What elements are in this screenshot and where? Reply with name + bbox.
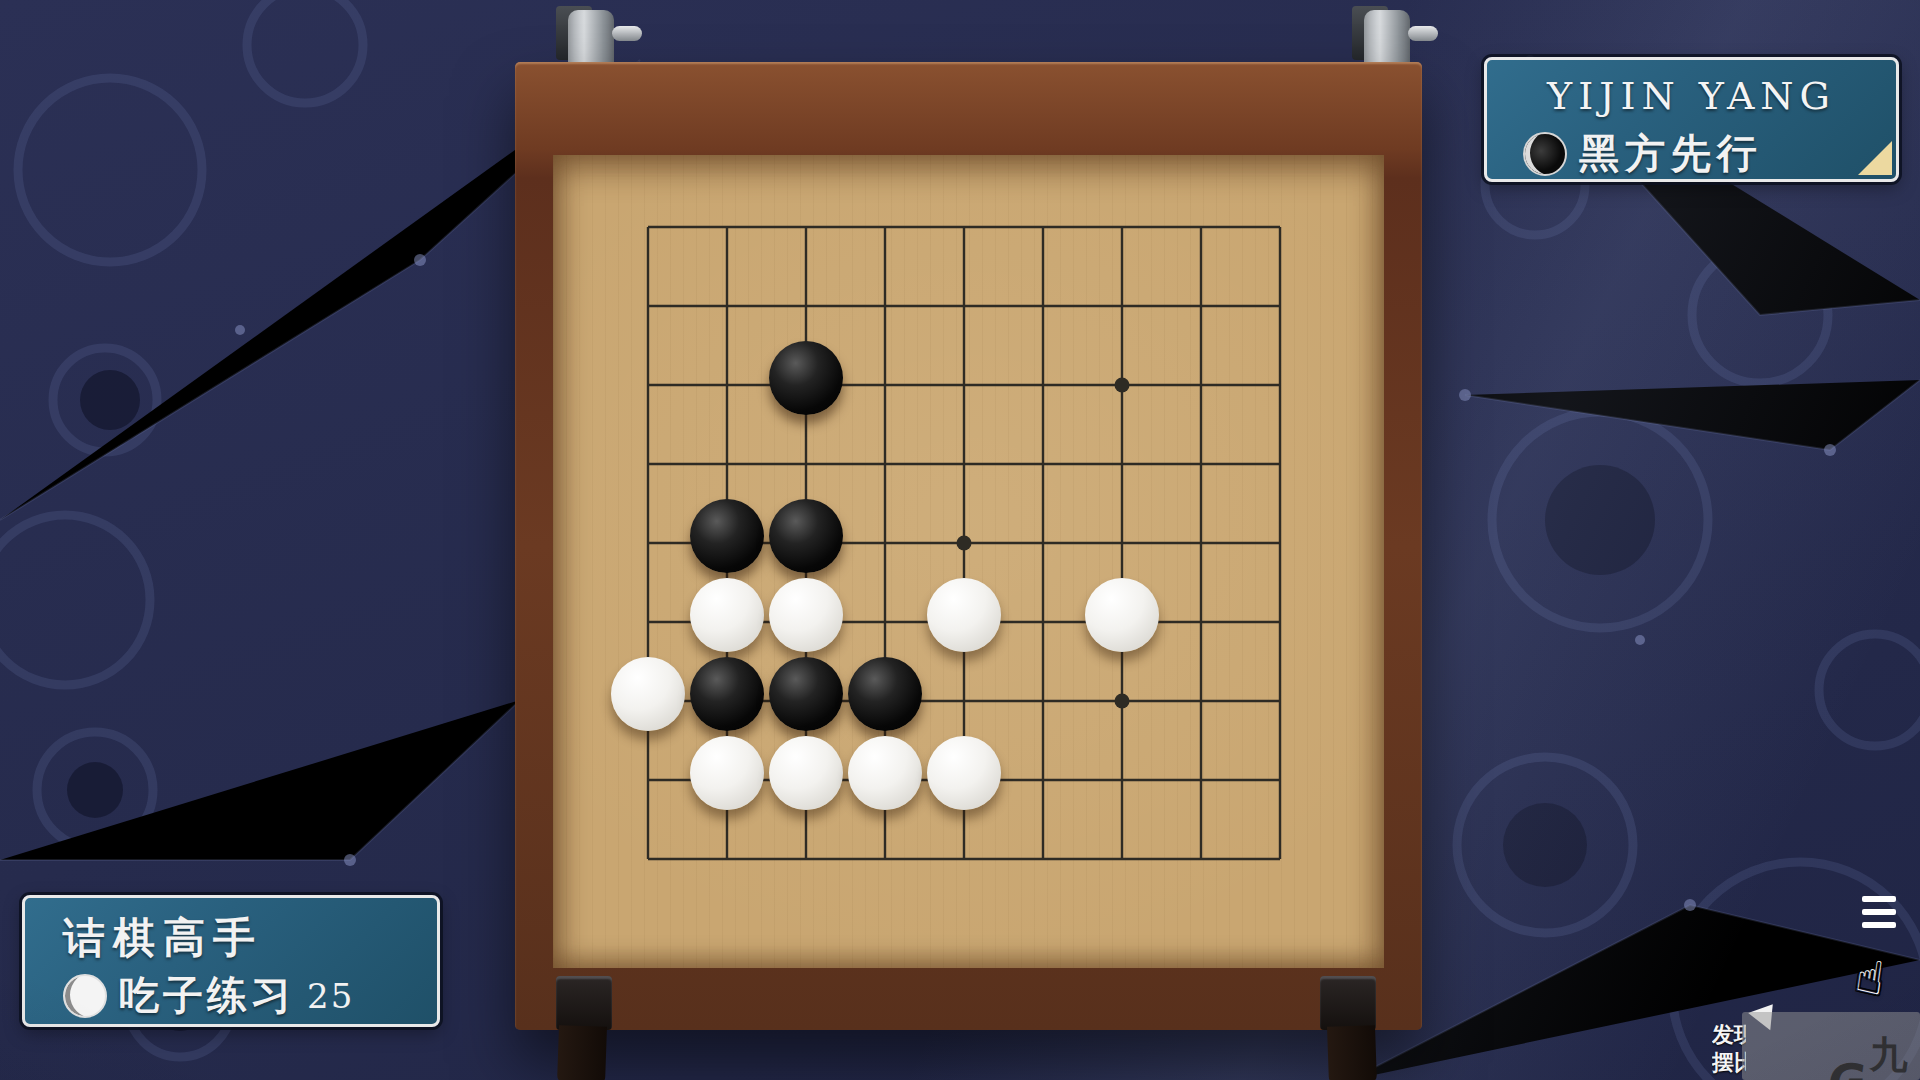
- star-point: [957, 536, 972, 551]
- white-stone: [848, 736, 922, 810]
- black-stone: [690, 657, 764, 731]
- hamburger-menu-icon[interactable]: [1862, 896, 1896, 928]
- game-screen: YIJIN YANG 黑方先行 诘棋高手 吃子练习 25 ☝ 发现 摆比 G 九…: [0, 0, 1920, 1080]
- star-point: [1115, 694, 1130, 709]
- easel-clamp-right-rod: [1408, 26, 1438, 41]
- black-stone: [769, 341, 843, 415]
- puzzle-title: 诘棋高手: [63, 910, 263, 966]
- white-stone: [927, 578, 1001, 652]
- clipped-text-line2: 摆比: [1712, 1048, 1746, 1078]
- turn-indicator-text: 黑方先行: [1579, 126, 1763, 181]
- white-stone: [769, 578, 843, 652]
- easel-bottom-bracket-left: [556, 976, 612, 1030]
- clipped-text-line1: 发现: [1712, 1020, 1746, 1050]
- player-name: YIJIN YANG: [1547, 74, 1836, 118]
- watermark-logo: G 九游: [1828, 1030, 1920, 1080]
- white-stone: [927, 736, 1001, 810]
- black-stone: [769, 499, 843, 573]
- black-stone: [690, 499, 764, 573]
- white-stone: [1085, 578, 1159, 652]
- easel-leg-left: [557, 1025, 607, 1080]
- white-stone-icon: [63, 974, 107, 1018]
- watermark-glyph: G: [1824, 1054, 1869, 1080]
- go-board-grid[interactable]: [645, 224, 1285, 864]
- puzzle-number: 25: [307, 976, 354, 1016]
- white-stone: [611, 657, 685, 731]
- puzzle-category: 吃子练习: [119, 968, 295, 1023]
- star-point: [1115, 378, 1130, 393]
- white-stone: [690, 736, 764, 810]
- black-stone: [769, 657, 843, 731]
- easel-clamp-left-rod: [612, 26, 642, 41]
- easel-bottom-bracket-right: [1320, 976, 1376, 1030]
- white-stone: [769, 736, 843, 810]
- watermark-text: 九游: [1870, 1030, 1920, 1080]
- easel-leg-right: [1327, 1025, 1377, 1080]
- player-panel[interactable]: YIJIN YANG 黑方先行: [1484, 57, 1899, 182]
- puzzle-panel: 诘棋高手 吃子练习 25: [22, 895, 440, 1027]
- panel-fold-triangle[interactable]: [1858, 141, 1892, 175]
- black-stone-icon: [1523, 132, 1567, 176]
- white-stone: [690, 578, 764, 652]
- black-stone: [848, 657, 922, 731]
